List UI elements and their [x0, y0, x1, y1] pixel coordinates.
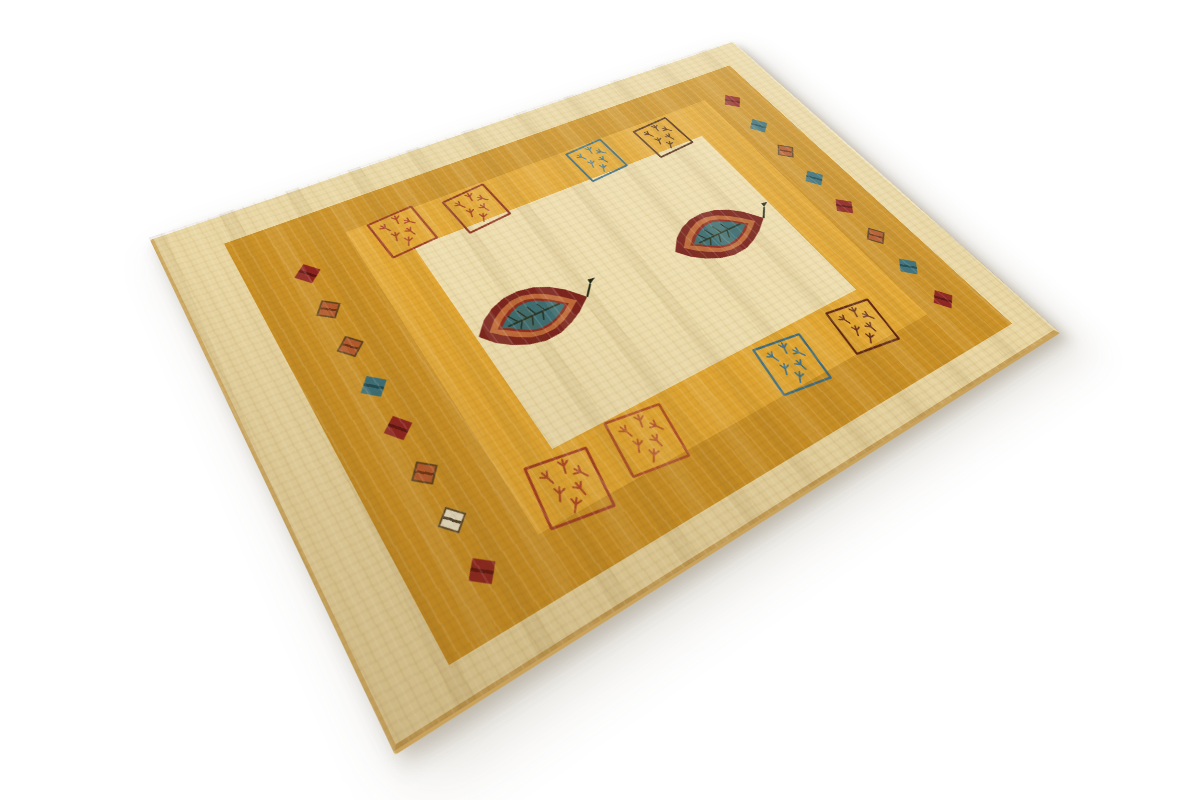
- chain-diamond-left-6: [411, 461, 437, 484]
- photo-scene: [0, 0, 1200, 800]
- rug: [150, 42, 1060, 755]
- chain-diamond-left-8: [469, 558, 496, 584]
- chain-diamond-right-5: [835, 199, 853, 213]
